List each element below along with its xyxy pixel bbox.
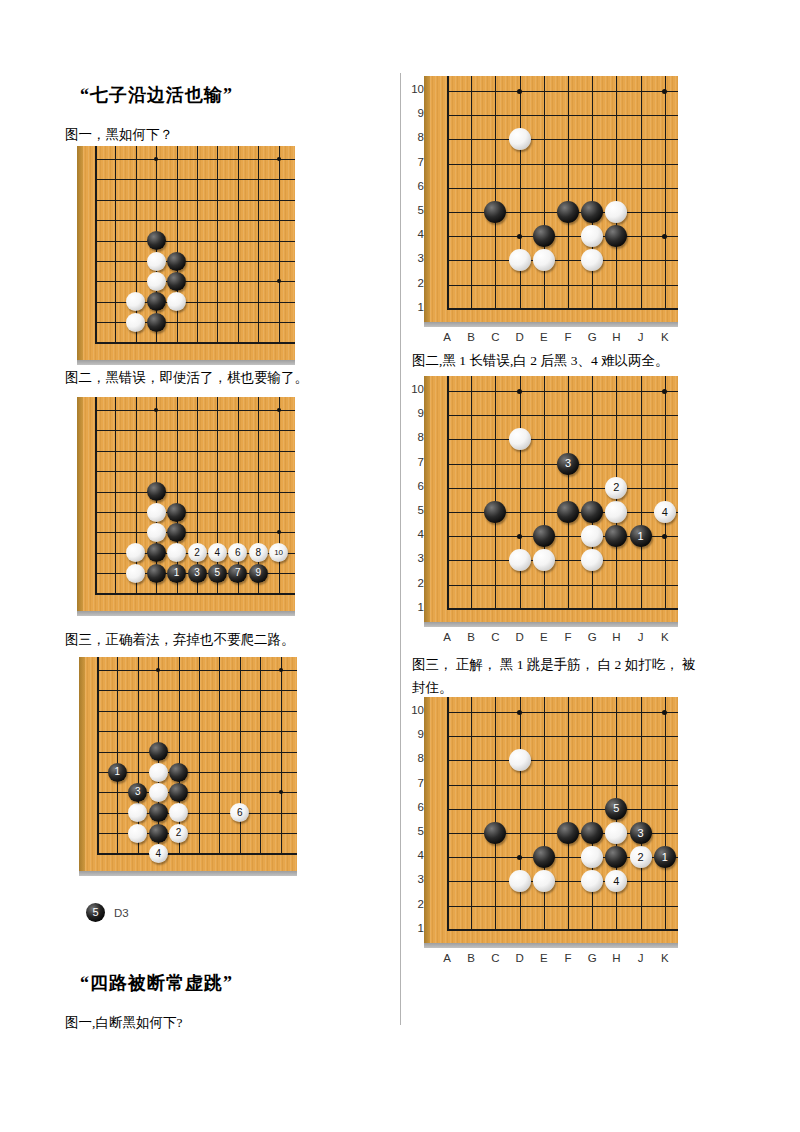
document-page: “七子沿边活也输” 图一，黑如何下？ 图二，黑错误，即使活了，棋也要输了。 图三… — [0, 0, 800, 1132]
board-left-border-line — [447, 376, 449, 610]
column-label-H: H — [607, 631, 625, 643]
black-stone-E5 — [167, 503, 186, 522]
black-stone-J4-move-1: 1 — [630, 525, 652, 547]
star-point-K10 — [279, 668, 283, 672]
row-label-10: 10 — [404, 383, 424, 395]
column-divider — [400, 73, 401, 1025]
column-label-D: D — [511, 952, 529, 964]
go-board-r2: 123410987654321ABCDEFGHJK — [430, 376, 678, 622]
black-stone-D2 — [147, 313, 166, 332]
black-stone-E4 — [533, 846, 555, 868]
go-board-l1 — [83, 146, 295, 360]
board-grid-horizontal-lines — [447, 391, 678, 610]
problem1-title: “七子沿边活也输” — [80, 83, 233, 107]
row-label-9: 9 — [404, 407, 424, 419]
black-stone-J5-move-3: 3 — [630, 822, 652, 844]
row-label-5: 5 — [404, 204, 424, 216]
column-label-A: A — [438, 631, 456, 643]
column-label-B: B — [462, 952, 480, 964]
row-label-8: 8 — [404, 431, 424, 443]
star-point-K10 — [277, 157, 281, 161]
problem2-fig2-caption: 图二,黑 1 长错误,白 2 后黑 3、4 难以两全。 — [412, 352, 712, 370]
row-label-5: 5 — [404, 825, 424, 837]
go-board-r1: 10987654321ABCDEFGHJK — [430, 76, 678, 322]
black-stone-E4 — [533, 525, 555, 547]
board-bottom-shadow — [77, 360, 295, 365]
row-label-2: 2 — [404, 577, 424, 589]
problem2-title: “四路被断常虚跳” — [80, 971, 233, 995]
white-stone-D4 — [147, 272, 166, 291]
board-bottom-shadow — [424, 943, 678, 948]
row-label-6: 6 — [404, 480, 424, 492]
board-bottom-border-line — [447, 608, 678, 610]
board-bottom-shadow — [79, 871, 297, 876]
star-point-D4 — [517, 855, 522, 860]
column-label-H: H — [607, 952, 625, 964]
column-label-K: K — [656, 331, 674, 343]
row-label-7: 7 — [404, 456, 424, 468]
board-bottom-border-line — [447, 929, 678, 931]
column-label-J: J — [632, 952, 650, 964]
board-bottom-shadow — [424, 622, 678, 627]
black-stone-E4 — [167, 523, 186, 542]
black-stone-E4 — [533, 225, 555, 247]
row-label-1: 1 — [404, 922, 424, 934]
black-stone-D6 — [147, 482, 166, 501]
board-left-border-line — [447, 697, 449, 931]
row-label-4: 4 — [404, 849, 424, 861]
row-label-9: 9 — [404, 728, 424, 740]
column-label-G: G — [583, 631, 601, 643]
row-label-10: 10 — [404, 83, 424, 95]
black-stone-E4 — [169, 783, 188, 802]
column-label-G: G — [583, 952, 601, 964]
black-stone-D2 — [147, 564, 166, 583]
white-stone-D8 — [509, 128, 531, 150]
column-label-J: J — [632, 331, 650, 343]
black-stone-D3 — [147, 543, 166, 562]
black-stone-G2-move-5: 5 — [208, 564, 227, 583]
black-stone-H2-move-7: 7 — [228, 564, 247, 583]
white-stone-F3-move-2: 2 — [188, 543, 207, 562]
black-stone-E5 — [169, 763, 188, 782]
row-label-7: 7 — [404, 156, 424, 168]
black-stone-F5 — [557, 201, 579, 223]
white-stone-E2-move-2: 2 — [169, 824, 188, 843]
white-stone-C2 — [128, 824, 147, 843]
black-stone-D6 — [149, 742, 168, 761]
board-left-border-line — [95, 146, 97, 344]
star-point-K10 — [277, 408, 281, 412]
star-point-D4 — [517, 234, 522, 239]
star-point-D4 — [517, 534, 522, 539]
white-stone-D1-move-4: 4 — [149, 844, 168, 863]
board-left-edge — [424, 376, 430, 622]
board-bottom-border-line — [95, 342, 295, 344]
row-label-1: 1 — [404, 601, 424, 613]
board-left-border-line — [447, 76, 449, 310]
board-left-edge — [424, 76, 430, 322]
row-label-4: 4 — [404, 528, 424, 540]
star-point-D10 — [517, 710, 522, 715]
row-label-10: 10 — [404, 704, 424, 716]
board-left-edge — [77, 397, 83, 611]
column-label-E: E — [535, 331, 553, 343]
go-board-l3: 12346 — [85, 657, 297, 871]
column-label-A: A — [438, 331, 456, 343]
column-label-F: F — [559, 631, 577, 643]
star-point-D10 — [517, 389, 522, 394]
row-label-2: 2 — [404, 277, 424, 289]
white-stone-J4-move-2: 2 — [630, 846, 652, 868]
white-stone-D5 — [147, 252, 166, 271]
column-label-F: F — [559, 952, 577, 964]
board-bottom-shadow — [424, 322, 678, 327]
column-label-D: D — [511, 631, 529, 643]
black-stone-F7-move-3: 3 — [557, 453, 579, 475]
column-label-K: K — [656, 631, 674, 643]
column-label-G: G — [583, 331, 601, 343]
white-stone-K5-move-4: 4 — [654, 501, 676, 523]
row-label-3: 3 — [404, 252, 424, 264]
board-bottom-border-line — [447, 308, 678, 310]
black-stone-K4-move-1: 1 — [654, 846, 676, 868]
column-label-C: C — [486, 952, 504, 964]
row-label-6: 6 — [404, 801, 424, 813]
white-stone-D5 — [149, 763, 168, 782]
black-stone-E4 — [167, 272, 186, 291]
white-stone-D8 — [509, 749, 531, 771]
white-stone-D5 — [147, 503, 166, 522]
white-stone-D3 — [509, 870, 531, 892]
black-stone-5-icon: 5 — [86, 903, 105, 922]
column-label-C: C — [486, 331, 504, 343]
row-label-4: 4 — [404, 228, 424, 240]
board-left-border-line — [95, 397, 97, 595]
column-label-F: F — [559, 331, 577, 343]
board-left-border-line — [97, 657, 99, 855]
column-label-H: H — [607, 331, 625, 343]
white-stone-D3 — [509, 549, 531, 571]
row-label-2: 2 — [404, 898, 424, 910]
column-label-K: K — [656, 952, 674, 964]
black-stone-J2-move-9: 9 — [249, 564, 268, 583]
problem2-fig1-label: 图一,白断黑如何下? — [65, 1014, 182, 1032]
black-stone-D3 — [149, 803, 168, 822]
column-label-J: J — [632, 631, 650, 643]
board-left-edge — [79, 657, 85, 871]
problem1-fig1-label: 图一，黑如何下？ — [65, 126, 173, 144]
problem2-fig3-caption: 图三， 正解， 黑 1 跳是手筋， 白 2 如打吃， 被封住。 — [412, 654, 704, 700]
black-stone-F5 — [557, 501, 579, 523]
row-label-1: 1 — [404, 301, 424, 313]
white-stone-C2 — [126, 313, 145, 332]
row-label-9: 9 — [404, 107, 424, 119]
black-stone-D2 — [149, 824, 168, 843]
move5-coordinate: D3 — [114, 907, 129, 919]
row-label-7: 7 — [404, 777, 424, 789]
white-stone-D4 — [149, 783, 168, 802]
black-stone-B5-move-1: 1 — [108, 763, 127, 782]
white-stone-J3-move-8: 8 — [249, 543, 268, 562]
star-point-K10 — [662, 389, 667, 394]
column-label-B: B — [462, 631, 480, 643]
row-label-6: 6 — [404, 180, 424, 192]
row-label-5: 5 — [404, 504, 424, 516]
black-stone-F5 — [557, 822, 579, 844]
column-label-C: C — [486, 631, 504, 643]
black-stone-E5 — [167, 252, 186, 271]
column-label-E: E — [535, 631, 553, 643]
board-left-edge — [424, 697, 430, 943]
go-board-l2: 12345678910 — [83, 397, 295, 611]
star-point-D10 — [517, 89, 522, 94]
problem1-fig2-caption: 图二，黑错误，即使活了，棋也要输了。 — [65, 369, 308, 387]
star-point-K10 — [662, 710, 667, 715]
board-grid-horizontal-lines — [447, 91, 678, 310]
white-stone-D8 — [509, 428, 531, 450]
black-stone-D6 — [147, 231, 166, 250]
column-label-E: E — [535, 952, 553, 964]
column-label-A: A — [438, 952, 456, 964]
row-label-3: 3 — [404, 873, 424, 885]
black-stone-D3 — [147, 292, 166, 311]
white-stone-C2 — [126, 564, 145, 583]
white-stone-D4 — [147, 523, 166, 542]
star-point-K10 — [662, 89, 667, 94]
column-label-D: D — [511, 331, 529, 343]
board-grid-horizontal-lines — [95, 159, 295, 344]
row-label-8: 8 — [404, 131, 424, 143]
move5-footnote: 5 D3 — [86, 903, 129, 922]
column-label-B: B — [462, 331, 480, 343]
problem1-fig3-caption: 图三，正确着法，弃掉也不要爬二路。 — [65, 631, 295, 649]
board-bottom-shadow — [77, 611, 295, 616]
board-grid-horizontal-lines — [97, 670, 297, 855]
board-left-edge — [77, 146, 83, 360]
row-label-8: 8 — [404, 752, 424, 764]
white-stone-D3 — [509, 249, 531, 271]
board-bottom-border-line — [95, 593, 295, 595]
black-stone-E2-move-1: 1 — [167, 564, 186, 583]
row-label-3: 3 — [404, 552, 424, 564]
board-bottom-border-line — [97, 853, 297, 855]
black-stone-F2-move-3: 3 — [188, 564, 207, 583]
go-board-r3: 1234510987654321ABCDEFGHJK — [430, 697, 678, 943]
